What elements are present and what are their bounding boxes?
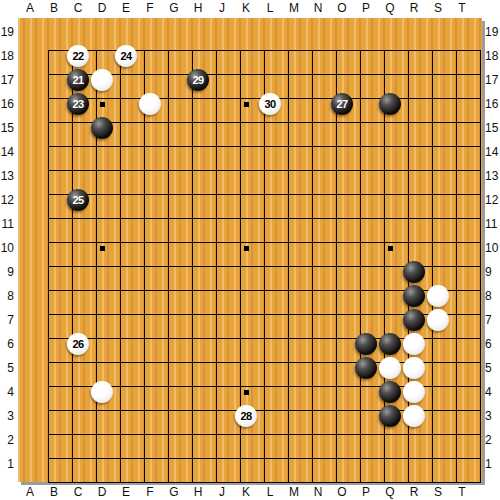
col-label-top-S: S [426,1,450,16]
col-label-top-H: H [186,1,210,16]
row-label-left-7: 7 [0,308,14,332]
move-number-label: 25 [72,194,83,206]
col-label-bottom-T: T [450,485,474,500]
col-label-bottom-N: N [306,485,330,500]
col-label-top-F: F [138,1,162,16]
black-stone-P6 [355,333,377,355]
col-label-bottom-R: R [402,485,426,500]
row-label-right-15: 15 [485,116,500,140]
white-stone-R4 [403,381,425,403]
row-label-right-16: 16 [485,92,500,116]
black-stone-P5 [355,357,377,379]
col-label-bottom-Q: Q [378,485,402,500]
col-label-bottom-K: K [234,485,258,500]
white-stone-F16 [139,93,161,115]
row-label-left-18: 18 [0,44,14,68]
row-label-right-2: 2 [485,428,500,452]
white-stone-L16: 30 [259,93,281,115]
col-label-bottom-S: S [426,485,450,500]
row-label-left-19: 19 [0,20,14,44]
row-label-right-11: 11 [485,212,500,236]
black-stone-R8 [403,285,425,307]
col-label-top-L: L [258,1,282,16]
black-stone-C16: 23 [67,93,89,115]
white-stone-R5 [403,357,425,379]
row-label-right-17: 17 [485,68,500,92]
col-label-bottom-L: L [258,485,282,500]
row-label-right-4: 4 [485,380,500,404]
col-label-top-A: A [18,1,42,16]
row-label-right-19: 19 [485,20,500,44]
row-label-left-1: 1 [0,452,14,476]
row-label-left-14: 14 [0,140,14,164]
black-stone-O16: 27 [331,93,353,115]
row-label-left-8: 8 [0,284,14,308]
white-stone-Q5 [379,357,401,379]
move-number-label: 22 [72,50,83,62]
col-label-top-T: T [450,1,474,16]
move-number-label: 21 [72,74,83,86]
white-stone-E18: 24 [115,45,137,67]
col-label-top-R: R [402,1,426,16]
col-label-top-O: O [330,1,354,16]
move-number-label: 29 [192,74,203,86]
row-label-left-12: 12 [0,188,14,212]
col-label-bottom-M: M [282,485,306,500]
black-stone-Q4 [379,381,401,403]
white-stone-R3 [403,405,425,427]
white-stone-S7 [427,309,449,331]
row-label-right-6: 6 [485,332,500,356]
row-label-left-15: 15 [0,116,14,140]
col-label-top-C: C [66,1,90,16]
black-stone-C12: 25 [67,189,89,211]
black-stone-Q3 [379,405,401,427]
black-stone-D15 [91,117,113,139]
col-label-bottom-B: B [42,485,66,500]
row-label-left-11: 11 [0,212,14,236]
col-label-bottom-P: P [354,485,378,500]
row-label-left-10: 10 [0,236,14,260]
white-stone-D17 [91,69,113,91]
row-label-right-5: 5 [485,356,500,380]
row-label-right-18: 18 [485,44,500,68]
row-label-right-13: 13 [485,164,500,188]
move-number-label: 24 [120,50,131,62]
col-label-top-D: D [90,1,114,16]
row-label-right-9: 9 [485,260,500,284]
white-stone-D4 [91,381,113,403]
col-label-bottom-J: J [210,485,234,500]
move-number-label: 23 [72,98,83,110]
col-label-top-P: P [354,1,378,16]
black-stone-R7 [403,309,425,331]
black-stone-Q6 [379,333,401,355]
row-label-right-12: 12 [485,188,500,212]
row-label-right-3: 3 [485,404,500,428]
row-label-left-16: 16 [0,92,14,116]
move-number-label: 27 [336,98,347,110]
col-label-bottom-D: D [90,485,114,500]
row-label-left-17: 17 [0,68,14,92]
col-label-top-E: E [114,1,138,16]
row-label-left-3: 3 [0,404,14,428]
col-label-bottom-G: G [162,485,186,500]
white-stone-S8 [427,285,449,307]
row-label-left-13: 13 [0,164,14,188]
row-label-left-4: 4 [0,380,14,404]
col-label-bottom-C: C [66,485,90,500]
col-label-top-G: G [162,1,186,16]
black-stone-Q16 [379,93,401,115]
row-label-right-8: 8 [485,284,500,308]
col-label-top-K: K [234,1,258,16]
col-label-top-Q: Q [378,1,402,16]
black-stone-R9 [403,261,425,283]
row-label-right-1: 1 [485,452,500,476]
row-label-left-5: 5 [0,356,14,380]
col-label-bottom-A: A [18,485,42,500]
col-label-bottom-H: H [186,485,210,500]
black-stone-H17: 29 [187,69,209,91]
go-diagram: AABBCCDDEEFFGGHHJJKKLLMMNNOOPPQQRRSSTT19… [0,0,500,500]
white-stone-C18: 22 [67,45,89,67]
col-label-top-J: J [210,1,234,16]
move-number-label: 30 [264,98,275,110]
white-stone-R6 [403,333,425,355]
col-label-bottom-E: E [114,485,138,500]
col-label-bottom-O: O [330,485,354,500]
row-label-right-7: 7 [485,308,500,332]
row-label-left-6: 6 [0,332,14,356]
white-stone-C6: 26 [67,333,89,355]
row-label-right-10: 10 [485,236,500,260]
row-label-left-2: 2 [0,428,14,452]
row-label-left-9: 9 [0,260,14,284]
col-label-top-M: M [282,1,306,16]
col-label-bottom-F: F [138,485,162,500]
black-stone-C17: 21 [67,69,89,91]
row-label-right-14: 14 [485,140,500,164]
col-label-top-N: N [306,1,330,16]
move-number-label: 28 [240,410,251,422]
col-label-top-B: B [42,1,66,16]
white-stone-K3: 28 [235,405,257,427]
move-number-label: 26 [72,338,83,350]
